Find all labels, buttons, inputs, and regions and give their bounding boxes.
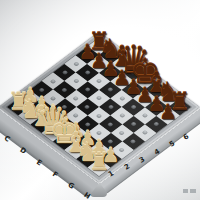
- peg-hole: [61, 87, 68, 92]
- peg-hole: [141, 130, 148, 135]
- peg-hole: [118, 113, 125, 118]
- peg-hole: [61, 70, 68, 75]
- peg-hole: [107, 122, 114, 127]
- peg-hole: [130, 139, 137, 144]
- peg-hole: [84, 104, 91, 109]
- peg-hole: [95, 113, 102, 118]
- peg-hole: [72, 96, 79, 101]
- cad-viewport: CDEFGH123456 ♜♞♝♛♚♝♞♜♟♟♟♟♟♟♟♟♟♟♟♟♟♟♟♟♜♞♝…: [0, 0, 200, 200]
- peg-hole: [50, 78, 57, 83]
- peg-hole: [107, 104, 114, 109]
- watermark: [190, 189, 196, 193]
- piece-black-pawn-h7[interactable]: ♟: [159, 102, 177, 122]
- peg-hole: [84, 87, 91, 92]
- peg-hole: [72, 78, 79, 83]
- watermark: [183, 189, 188, 193]
- piece-white-rook-h1[interactable]: ♜: [88, 150, 110, 174]
- peg-hole: [95, 96, 102, 101]
- peg-hole: [130, 122, 137, 127]
- peg-hole: [118, 130, 125, 135]
